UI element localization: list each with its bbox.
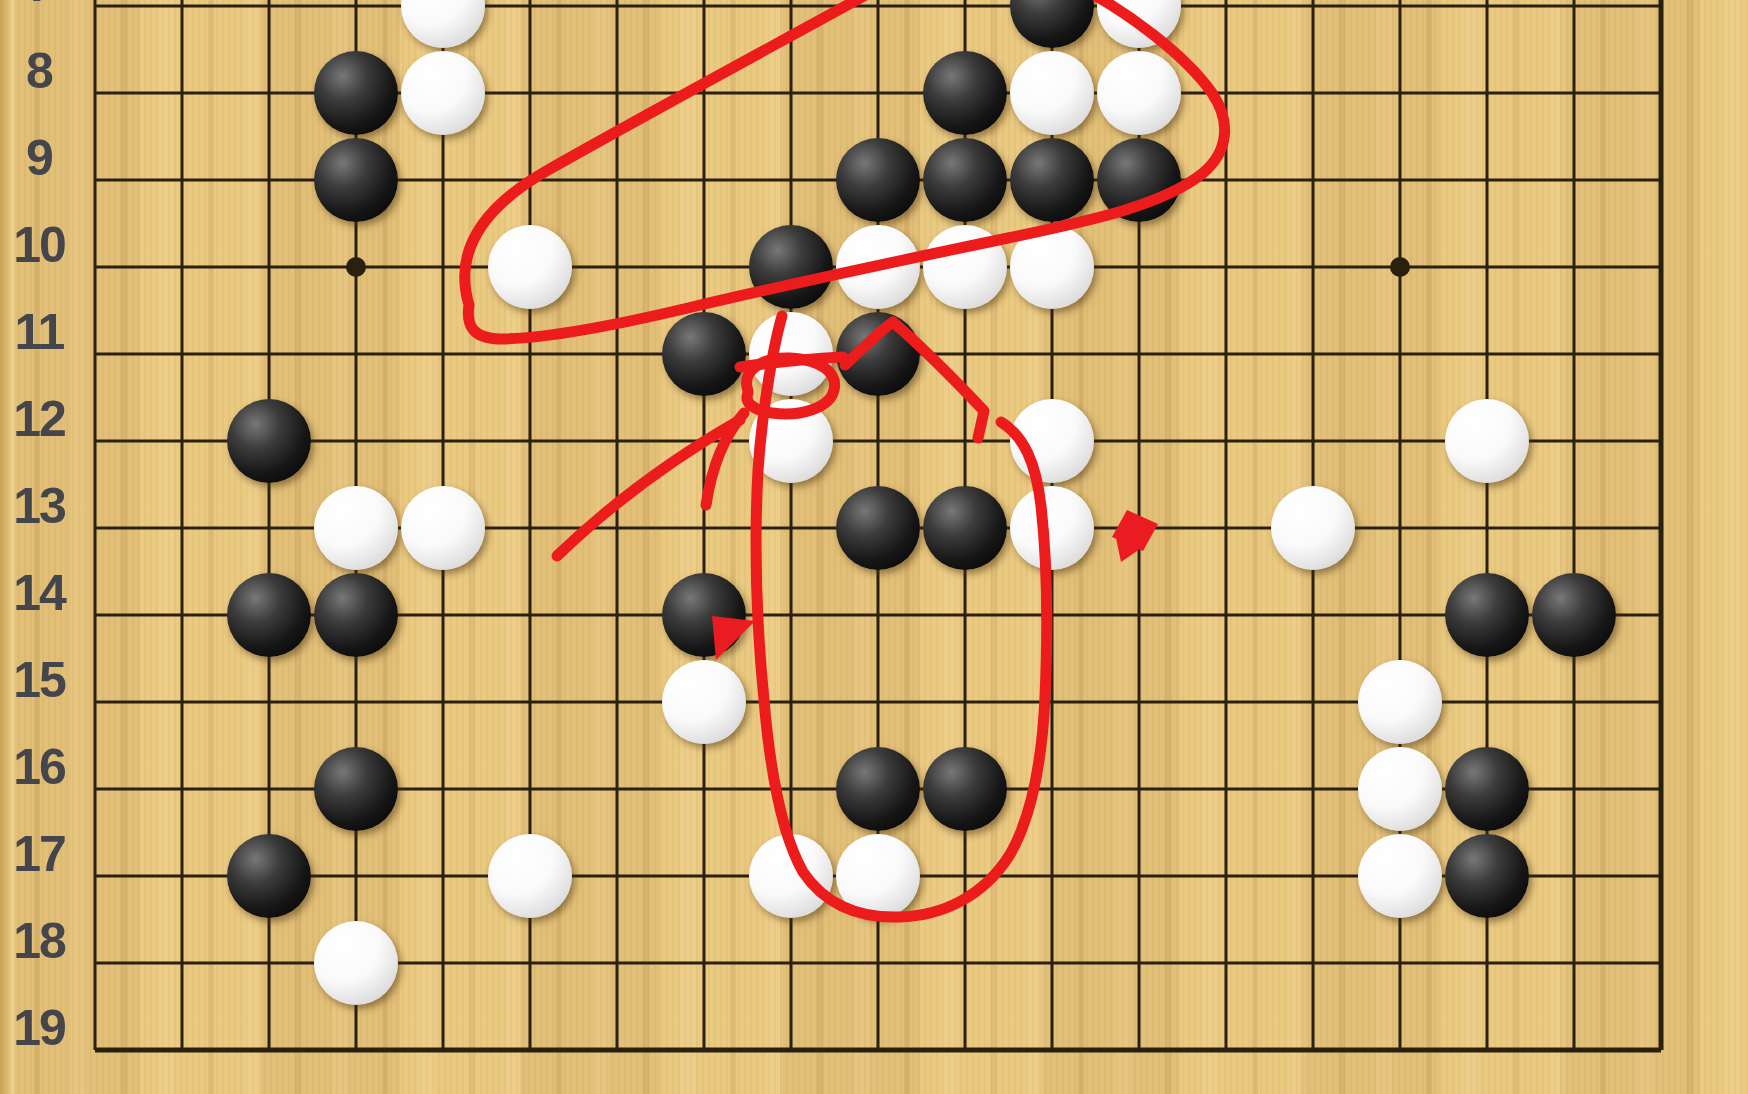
red-pen-annotations (0, 0, 1748, 1094)
lower-group-circle (756, 316, 1046, 917)
lower-circle-top-hook (845, 322, 984, 438)
triangle-marker-icon (712, 616, 755, 660)
go-board-screenshot: 78910111213141516171819 (0, 0, 1748, 1094)
upper-group-circle (465, 0, 1225, 339)
